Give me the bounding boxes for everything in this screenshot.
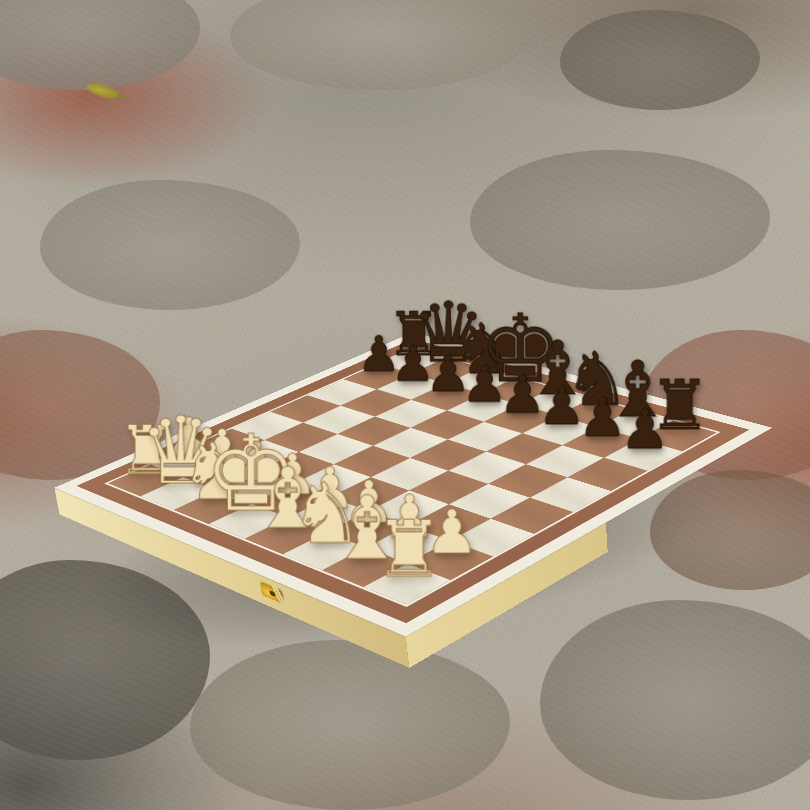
stone <box>470 150 770 290</box>
stone <box>40 180 300 310</box>
stone <box>190 640 510 810</box>
brass-latch-icon <box>260 581 284 604</box>
stone <box>560 10 760 110</box>
pavement: ♜♟♟♜♛♟♟♛♞♟♟♞♚♟♟♚♝♟♟♝♞♟♟♞♝♟♟♝♜♟♟♜ <box>0 0 810 810</box>
board-square: ♜ <box>364 563 451 604</box>
board-square: ♟ <box>604 439 682 471</box>
stone <box>0 0 200 90</box>
stone <box>540 600 810 800</box>
stone <box>230 0 530 90</box>
board-square <box>568 458 648 491</box>
chess-piece-bP: ♟ <box>620 405 670 455</box>
chess-piece-wR: ♜ <box>374 514 444 584</box>
